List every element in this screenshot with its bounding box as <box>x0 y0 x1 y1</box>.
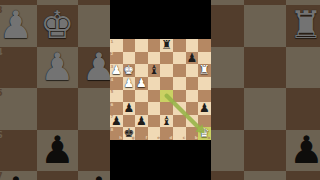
video-frame: 12345678♛♚♝♟♟♟♟♟♟♜♝♚♟♟♜ 12345678hgfedcba… <box>0 0 320 180</box>
move-arrow <box>110 39 211 140</box>
